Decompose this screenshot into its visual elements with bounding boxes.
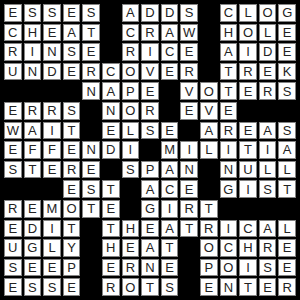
black-cell-r1c11 <box>200 4 218 22</box>
letter-cell-r6c12[interactable]: E <box>220 102 238 120</box>
letter-cell-r1c7[interactable]: A <box>122 4 140 22</box>
letter-cell-r7c2[interactable]: A <box>24 122 42 140</box>
letter-cell-r5c7[interactable]: P <box>122 82 140 100</box>
black-cell-r10c2 <box>24 180 42 198</box>
letter-cell-r2c3[interactable]: E <box>43 24 61 42</box>
letter-cell-r2c1[interactable]: C <box>4 24 22 42</box>
letter-cell-r10c12[interactable]: G <box>220 180 238 198</box>
letter-cell-r6c6[interactable]: N <box>102 102 120 120</box>
letter-cell-r8c5[interactable]: N <box>82 141 100 159</box>
black-cell-r12c5 <box>82 220 100 238</box>
letter-cell-r2c7[interactable]: C <box>122 24 140 42</box>
letter-cell-r3c15[interactable]: E <box>278 43 296 61</box>
black-cell-r9c11 <box>200 161 218 179</box>
letter-cell-r5c10[interactable]: V <box>180 82 198 100</box>
letter-cell-r6c11[interactable]: V <box>200 102 218 120</box>
letter-cell-r13c12[interactable]: C <box>220 239 238 257</box>
letter-cell-r9c14[interactable]: L <box>259 161 277 179</box>
letter-cell-r4c4[interactable]: E <box>63 63 81 81</box>
black-cell-r3c11 <box>200 43 218 61</box>
letter-cell-r8c4[interactable]: E <box>63 141 81 159</box>
letter-cell-r2c5[interactable]: T <box>82 24 100 42</box>
letter-cell-r4c12[interactable]: T <box>220 63 238 81</box>
letter-cell-r3c7[interactable]: R <box>122 43 140 61</box>
letter-cell-r10c9[interactable]: C <box>161 180 179 198</box>
letter-cell-r1c1[interactable]: E <box>4 4 22 22</box>
letter-cell-r8c14[interactable]: I <box>259 141 277 159</box>
letter-cell-r9c9[interactable]: A <box>161 161 179 179</box>
black-cell-r6c15 <box>278 102 296 120</box>
letter-cell-r2c4[interactable]: A <box>63 24 81 42</box>
letter-cell-r3c5[interactable]: E <box>82 43 100 61</box>
letter-cell-r12c4[interactable]: T <box>63 220 81 238</box>
black-cell-r15c10 <box>180 278 198 296</box>
letter-cell-r1c10[interactable]: S <box>180 4 198 22</box>
black-cell-r13c5 <box>82 239 100 257</box>
black-cell-r6c14 <box>259 102 277 120</box>
black-cell-r9c6 <box>102 161 120 179</box>
letter-cell-r5c15[interactable]: S <box>278 82 296 100</box>
letter-cell-r13c6[interactable]: H <box>102 239 120 257</box>
letter-cell-r14c3[interactable]: E <box>43 259 61 277</box>
letter-cell-r1c12[interactable]: C <box>220 4 238 22</box>
letter-cell-r15c11[interactable]: E <box>200 278 218 296</box>
letter-cell-r2c14[interactable]: L <box>259 24 277 42</box>
black-cell-r11c13 <box>239 200 257 218</box>
letter-cell-r4c1[interactable]: U <box>4 63 22 81</box>
letter-cell-r13c3[interactable]: L <box>43 239 61 257</box>
letter-cell-r4c15[interactable]: K <box>278 63 296 81</box>
letter-cell-r15c12[interactable]: N <box>220 278 238 296</box>
letter-cell-r3c12[interactable]: A <box>220 43 238 61</box>
letter-cell-r12c14[interactable]: A <box>259 220 277 238</box>
letter-cell-r9c15[interactable]: L <box>278 161 296 179</box>
letter-cell-r2c12[interactable]: H <box>220 24 238 42</box>
letter-cell-r11c8[interactable]: G <box>141 200 159 218</box>
letter-cell-r4c3[interactable]: D <box>43 63 61 81</box>
letter-cell-r1c3[interactable]: S <box>43 4 61 22</box>
letter-cell-r9c5[interactable]: E <box>82 161 100 179</box>
letter-cell-r14c6[interactable]: E <box>102 259 120 277</box>
letter-cell-r10c5[interactable]: S <box>82 180 100 198</box>
letter-cell-r1c9[interactable]: D <box>161 4 179 22</box>
letter-cell-r6c7[interactable]: O <box>122 102 140 120</box>
letter-cell-r7c15[interactable]: S <box>278 122 296 140</box>
letter-cell-r8c11[interactable]: L <box>200 141 218 159</box>
letter-cell-r5c5[interactable]: N <box>82 82 100 100</box>
letter-cell-r12c3[interactable]: I <box>43 220 61 238</box>
black-cell-r7c5 <box>82 122 100 140</box>
letter-cell-r14c9[interactable]: E <box>161 259 179 277</box>
letter-cell-r2c9[interactable]: A <box>161 24 179 42</box>
letter-cell-r10c15[interactable]: T <box>278 180 296 198</box>
letter-cell-r9c2[interactable]: T <box>24 161 42 179</box>
letter-cell-r11c10[interactable]: R <box>180 200 198 218</box>
crossword-grid: ESSESADDSCLOGCHEATCRAWHOLERINSERICEAIDEU… <box>0 0 300 300</box>
letter-cell-r4c5[interactable]: R <box>82 63 100 81</box>
black-cell-r5c4 <box>63 82 81 100</box>
letter-cell-r9c3[interactable]: E <box>43 161 61 179</box>
letter-cell-r3c8[interactable]: I <box>141 43 159 61</box>
letter-cell-r10c6[interactable]: T <box>102 180 120 198</box>
letter-cell-r15c4[interactable]: E <box>63 278 81 296</box>
letter-cell-r4c6[interactable]: C <box>102 63 120 81</box>
letter-cell-r3c10[interactable]: E <box>180 43 198 61</box>
letter-cell-r7c6[interactable]: E <box>102 122 120 140</box>
letter-cell-r6c4[interactable]: S <box>63 102 81 120</box>
letter-cell-r1c2[interactable]: S <box>24 4 42 22</box>
letter-cell-r11c1[interactable]: R <box>4 200 22 218</box>
black-cell-r6c9 <box>161 102 179 120</box>
black-cell-r3c6 <box>102 43 120 61</box>
letter-cell-r15c14[interactable]: E <box>259 278 277 296</box>
letter-cell-r7c1[interactable]: W <box>4 122 22 140</box>
letter-cell-r1c8[interactable]: D <box>141 4 159 22</box>
black-cell-r10c11 <box>200 180 218 198</box>
letter-cell-r12c15[interactable]: L <box>278 220 296 238</box>
letter-cell-r15c8[interactable]: T <box>141 278 159 296</box>
black-cell-r5c3 <box>43 82 61 100</box>
letter-cell-r5c13[interactable]: E <box>239 82 257 100</box>
letter-cell-r9c4[interactable]: R <box>63 161 81 179</box>
black-cell-r15c5 <box>82 278 100 296</box>
letter-cell-r15c9[interactable]: S <box>161 278 179 296</box>
letter-cell-r11c3[interactable]: M <box>43 200 61 218</box>
letter-cell-r5c6[interactable]: A <box>102 82 120 100</box>
letter-cell-r3c2[interactable]: I <box>24 43 42 61</box>
letter-cell-r9c13[interactable]: U <box>239 161 257 179</box>
letter-cell-r7c9[interactable]: E <box>161 122 179 140</box>
letter-cell-r14c4[interactable]: P <box>63 259 81 277</box>
letter-cell-r12c10[interactable]: T <box>180 220 198 238</box>
letter-cell-r13c15[interactable]: E <box>278 239 296 257</box>
letter-cell-r2c10[interactable]: W <box>180 24 198 42</box>
letter-cell-r6c2[interactable]: R <box>24 102 42 120</box>
letter-cell-r7c8[interactable]: S <box>141 122 159 140</box>
letter-cell-r13c9[interactable]: T <box>161 239 179 257</box>
letter-cell-r10c4[interactable]: E <box>63 180 81 198</box>
letter-cell-r2c13[interactable]: O <box>239 24 257 42</box>
letter-cell-r4c9[interactable]: E <box>161 63 179 81</box>
letter-cell-r2c8[interactable]: R <box>141 24 159 42</box>
letter-cell-r7c13[interactable]: E <box>239 122 257 140</box>
letter-cell-r13c11[interactable]: O <box>200 239 218 257</box>
letter-cell-r9c7[interactable]: S <box>122 161 140 179</box>
black-cell-r14c5 <box>82 259 100 277</box>
letter-cell-r11c11[interactable]: T <box>200 200 218 218</box>
black-cell-r6c5 <box>82 102 100 120</box>
letter-cell-r2c15[interactable]: E <box>278 24 296 42</box>
black-cell-r2c11 <box>200 24 218 42</box>
letter-cell-r11c6[interactable]: E <box>102 200 120 218</box>
letter-cell-r15c1[interactable]: E <box>4 278 22 296</box>
letter-cell-r6c8[interactable]: R <box>141 102 159 120</box>
letter-cell-r8c10[interactable]: I <box>180 141 198 159</box>
letter-cell-r1c5[interactable]: S <box>82 4 100 22</box>
black-cell-r13c10 <box>180 239 198 257</box>
letter-cell-r3c13[interactable]: I <box>239 43 257 61</box>
letter-cell-r4c2[interactable]: N <box>24 63 42 81</box>
letter-cell-r8c7[interactable]: I <box>122 141 140 159</box>
black-cell-r5c2 <box>24 82 42 100</box>
letter-cell-r13c13[interactable]: H <box>239 239 257 257</box>
letter-cell-r7c7[interactable]: L <box>122 122 140 140</box>
letter-cell-r4c8[interactable]: V <box>141 63 159 81</box>
letter-cell-r12c2[interactable]: D <box>24 220 42 238</box>
black-cell-r11c7 <box>122 200 140 218</box>
letter-cell-r15c13[interactable]: T <box>239 278 257 296</box>
black-cell-r7c10 <box>180 122 198 140</box>
letter-cell-r14c13[interactable]: I <box>239 259 257 277</box>
letter-cell-r14c15[interactable]: E <box>278 259 296 277</box>
letter-cell-r8c9[interactable]: M <box>161 141 179 159</box>
letter-cell-r7c3[interactable]: I <box>43 122 61 140</box>
letter-cell-r9c8[interactable]: P <box>141 161 159 179</box>
letter-cell-r6c10[interactable]: E <box>180 102 198 120</box>
letter-cell-r10c10[interactable]: E <box>180 180 198 198</box>
letter-cell-r13c8[interactable]: A <box>141 239 159 257</box>
letter-cell-r14c12[interactable]: O <box>220 259 238 277</box>
letter-cell-r4c13[interactable]: R <box>239 63 257 81</box>
letter-cell-r11c2[interactable]: E <box>24 200 42 218</box>
letter-cell-r12c12[interactable]: I <box>220 220 238 238</box>
letter-cell-r11c4[interactable]: O <box>63 200 81 218</box>
black-cell-r11c15 <box>278 200 296 218</box>
letter-cell-r5c12[interactable]: T <box>220 82 238 100</box>
letter-cell-r13c1[interactable]: U <box>4 239 22 257</box>
letter-cell-r12c7[interactable]: H <box>122 220 140 238</box>
letter-cell-r15c15[interactable]: R <box>278 278 296 296</box>
letter-cell-r1c4[interactable]: E <box>63 4 81 22</box>
black-cell-r6c13 <box>239 102 257 120</box>
letter-cell-r15c2[interactable]: S <box>24 278 42 296</box>
letter-cell-r8c3[interactable]: F <box>43 141 61 159</box>
letter-cell-r5c11[interactable]: O <box>200 82 218 100</box>
letter-cell-r14c1[interactable]: S <box>4 259 22 277</box>
letter-cell-r11c9[interactable]: I <box>161 200 179 218</box>
letter-cell-r12c1[interactable]: E <box>4 220 22 238</box>
letter-cell-r7c11[interactable]: A <box>200 122 218 140</box>
letter-cell-r3c1[interactable]: R <box>4 43 22 61</box>
letter-cell-r8c12[interactable]: I <box>220 141 238 159</box>
letter-cell-r3c4[interactable]: S <box>63 43 81 61</box>
letter-cell-r3c14[interactable]: D <box>259 43 277 61</box>
letter-cell-r4c7[interactable]: O <box>122 63 140 81</box>
letter-cell-r14c7[interactable]: R <box>122 259 140 277</box>
letter-cell-r5c14[interactable]: R <box>259 82 277 100</box>
black-cell-r11c14 <box>259 200 277 218</box>
letter-cell-r8c6[interactable]: D <box>102 141 120 159</box>
letter-cell-r10c14[interactable]: S <box>259 180 277 198</box>
letter-cell-r15c7[interactable]: O <box>122 278 140 296</box>
letter-cell-r8c13[interactable]: T <box>239 141 257 159</box>
letter-cell-r8c2[interactable]: F <box>24 141 42 159</box>
letter-cell-r8c1[interactable]: E <box>4 141 22 159</box>
black-cell-r1c6 <box>102 4 120 22</box>
black-cell-r10c3 <box>43 180 61 198</box>
letter-cell-r9c12[interactable]: N <box>220 161 238 179</box>
black-cell-r10c7 <box>122 180 140 198</box>
letter-cell-r12c13[interactable]: C <box>239 220 257 238</box>
black-cell-r5c1 <box>4 82 22 100</box>
letter-cell-r4c14[interactable]: E <box>259 63 277 81</box>
letter-cell-r9c10[interactable]: N <box>180 161 198 179</box>
letter-cell-r3c3[interactable]: N <box>43 43 61 61</box>
black-cell-r10c1 <box>4 180 22 198</box>
letter-cell-r14c2[interactable]: E <box>24 259 42 277</box>
letter-cell-r13c7[interactable]: E <box>122 239 140 257</box>
letter-cell-r12c8[interactable]: E <box>141 220 159 238</box>
letter-cell-r1c15[interactable]: G <box>278 4 296 22</box>
black-cell-r4c11 <box>200 63 218 81</box>
letter-cell-r4c10[interactable]: R <box>180 63 198 81</box>
letter-cell-r11c5[interactable]: T <box>82 200 100 218</box>
letter-cell-r13c2[interactable]: G <box>24 239 42 257</box>
letter-cell-r12c11[interactable]: R <box>200 220 218 238</box>
letter-cell-r10c13[interactable]: I <box>239 180 257 198</box>
letter-cell-r6c3[interactable]: R <box>43 102 61 120</box>
letter-cell-r14c8[interactable]: N <box>141 259 159 277</box>
letter-cell-r7c4[interactable]: T <box>63 122 81 140</box>
letter-cell-r15c3[interactable]: S <box>43 278 61 296</box>
black-cell-r11c12 <box>220 200 238 218</box>
letter-cell-r1c14[interactable]: O <box>259 4 277 22</box>
letter-cell-r8c15[interactable]: A <box>278 141 296 159</box>
letter-cell-r5c8[interactable]: E <box>141 82 159 100</box>
black-cell-r8c8 <box>141 141 159 159</box>
black-cell-r5c9 <box>161 82 179 100</box>
letter-cell-r13c4[interactable]: Y <box>63 239 81 257</box>
letter-cell-r1c13[interactable]: L <box>239 4 257 22</box>
letter-cell-r10c8[interactable]: A <box>141 180 159 198</box>
letter-cell-r9c1[interactable]: S <box>4 161 22 179</box>
letter-cell-r7c12[interactable]: R <box>220 122 238 140</box>
letter-cell-r12c9[interactable]: A <box>161 220 179 238</box>
letter-cell-r7c14[interactable]: A <box>259 122 277 140</box>
letter-cell-r14c14[interactable]: S <box>259 259 277 277</box>
letter-cell-r12c6[interactable]: T <box>102 220 120 238</box>
letter-cell-r6c1[interactable]: E <box>4 102 22 120</box>
letter-cell-r2c2[interactable]: H <box>24 24 42 42</box>
letter-cell-r13c14[interactable]: R <box>259 239 277 257</box>
black-cell-r14c10 <box>180 259 198 277</box>
letter-cell-r15c6[interactable]: R <box>102 278 120 296</box>
letter-cell-r14c11[interactable]: P <box>200 259 218 277</box>
black-cell-r2c6 <box>102 24 120 42</box>
letter-cell-r3c9[interactable]: C <box>161 43 179 61</box>
